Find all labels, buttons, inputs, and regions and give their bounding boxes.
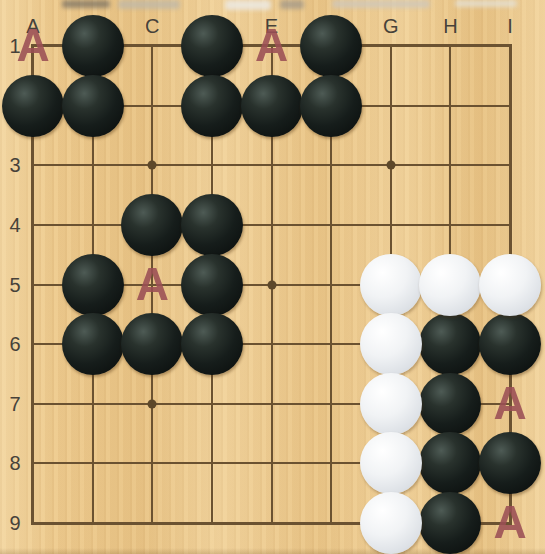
black-stone-H6[interactable]: [419, 313, 481, 375]
white-stone-G8[interactable]: [360, 432, 422, 494]
row-label-3: 3: [9, 155, 20, 175]
white-stone-H5[interactable]: [419, 254, 481, 316]
row-label-8: 8: [9, 453, 20, 473]
row-label-7: 7: [9, 394, 20, 414]
top-edge-artifact: [280, 0, 304, 9]
black-stone-C4[interactable]: [121, 194, 183, 256]
white-stone-I5[interactable]: [479, 254, 541, 316]
annotation-C5[interactable]: A: [136, 261, 169, 307]
go-board[interactable]: ABCDEFGHI123456789AAAAA: [0, 0, 545, 554]
row-label-6: 6: [9, 334, 20, 354]
annotation-A1[interactable]: A: [16, 22, 49, 68]
annotation-E1[interactable]: A: [255, 22, 288, 68]
col-label-H: H: [443, 16, 457, 36]
top-edge-artifact: [62, 0, 110, 8]
white-stone-G7[interactable]: [360, 373, 422, 435]
black-stone-D6[interactable]: [181, 313, 243, 375]
white-stone-G5[interactable]: [360, 254, 422, 316]
black-stone-A2[interactable]: [2, 75, 64, 137]
col-label-I: I: [507, 16, 513, 36]
black-stone-H8[interactable]: [419, 432, 481, 494]
top-edge-artifact: [332, 0, 430, 8]
row-label-9: 9: [9, 513, 20, 533]
black-stone-B1[interactable]: [62, 15, 124, 77]
black-stone-D5[interactable]: [181, 254, 243, 316]
top-edge-artifact: [455, 0, 517, 7]
black-stone-H7[interactable]: [419, 373, 481, 435]
black-stone-C6[interactable]: [121, 313, 183, 375]
annotation-I7[interactable]: A: [493, 380, 526, 426]
star-point-C3: [148, 161, 157, 170]
star-point-G3: [386, 161, 395, 170]
white-stone-G9[interactable]: [360, 492, 422, 554]
star-point-C7: [148, 399, 157, 408]
black-stone-D4[interactable]: [181, 194, 243, 256]
col-label-C: C: [145, 16, 159, 36]
black-stone-B2[interactable]: [62, 75, 124, 137]
black-stone-F2[interactable]: [300, 75, 362, 137]
top-edge-artifact: [118, 0, 180, 9]
col-label-G: G: [383, 16, 399, 36]
black-stone-B6[interactable]: [62, 313, 124, 375]
row-label-4: 4: [9, 215, 20, 235]
black-stone-B5[interactable]: [62, 254, 124, 316]
black-stone-H9[interactable]: [419, 492, 481, 554]
black-stone-E2[interactable]: [241, 75, 303, 137]
black-stone-F1[interactable]: [300, 15, 362, 77]
star-point-E5: [267, 280, 276, 289]
black-stone-D2[interactable]: [181, 75, 243, 137]
black-stone-I6[interactable]: [479, 313, 541, 375]
black-stone-I8[interactable]: [479, 432, 541, 494]
row-label-5: 5: [9, 275, 20, 295]
annotation-I9[interactable]: A: [493, 499, 526, 545]
go-board-screenshot: ABCDEFGHI123456789AAAAA: [0, 0, 545, 554]
white-stone-G6[interactable]: [360, 313, 422, 375]
top-edge-artifact: [225, 0, 271, 10]
black-stone-D1[interactable]: [181, 15, 243, 77]
